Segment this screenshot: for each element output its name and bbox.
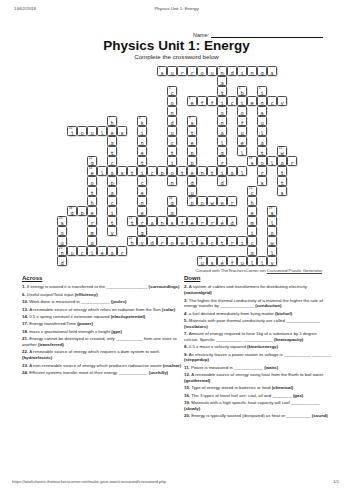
grid-letter: a [278,160,286,166]
grid-cell: l [237,146,247,156]
grid-cell: u [167,126,177,136]
grid-letter: s [258,110,266,116]
grid-cell: o [237,106,247,116]
grid-letter: n [258,100,266,106]
grid-cell: f [237,116,247,126]
grid-letter: p [78,210,86,216]
clue-item: 24. Efficient systems transfer most of t… [22,370,183,376]
grid-letter: o [198,70,206,76]
grid-cell: s [167,216,177,226]
grid-letter: i [108,210,116,216]
grid-letter: a [218,130,226,136]
grid-cell: d [227,66,237,76]
grid-letter: o [268,230,276,236]
grid-cell: 9s [187,116,197,126]
clue-item-text: 0.5 x mass x velocity squared [189,344,247,349]
grid-letter: l [188,240,196,246]
grid-letter: s [268,210,276,216]
grid-cell: e [247,96,257,106]
grid-cell: o [197,196,207,206]
clue-item: 23. A non-renewable source of energy whi… [22,363,183,369]
grid-letter: r [118,250,126,256]
grid-cell: p [77,206,87,216]
down-header: Down [184,275,332,283]
grid-letter: l [248,260,256,266]
grid-cell: u [167,66,177,76]
grid-cell: d [57,256,67,266]
grid-cell: e [197,236,207,246]
grid-letter: u [168,70,176,76]
grid-letter: s [258,180,266,186]
grid-letter: o [218,110,226,116]
grid-letter: u [258,120,266,126]
grid-letter: r [178,70,186,76]
grid-cell: 24u [197,256,207,266]
grid-letter: d [58,260,66,266]
grid-letter: i [218,170,226,176]
grid-letter: u [168,130,176,136]
grid-letter: a [88,240,96,246]
grid-cell: 18g [67,206,77,216]
grid-cell: e [87,206,97,216]
grid-letter: e [188,140,196,146]
grid-cell: p [187,146,197,156]
grid-cell: r [157,236,167,246]
clue-item-text: The 3 types of fossil fuel are: coal, oi… [191,393,293,398]
grid-cell: t [107,216,117,226]
grid-cell: l [97,166,107,176]
grid-cell: a [277,156,287,166]
clue-item: 2. A system of cables and transformers f… [184,284,332,295]
grid-letter: n [158,220,166,226]
grid-cell: e [107,126,117,136]
grid-cell: s [207,256,217,266]
grid-letter: g [88,160,96,166]
clue-item-answer: (conduction) [255,303,281,308]
grid-cell: 13s [247,156,257,166]
grid-cell: a [107,246,117,256]
grid-cell: a [87,236,97,246]
grid-cell: o [217,106,227,116]
grid-letter: g [68,210,76,216]
grid-cell: e [187,216,197,226]
grid-letter: i [138,130,146,136]
grid-letter: o [168,240,176,246]
grid-cell: e [187,166,197,176]
page-subtitle: Complete the crossword below [0,53,353,60]
grid-letter: b [238,90,246,96]
grid-letter: s [58,220,66,226]
grid-letter: t [218,240,226,246]
grid-cell: a [227,166,237,176]
grid-letter: r [138,220,146,226]
grid-letter: n [168,110,176,116]
grid-letter: o [78,130,86,136]
print-header-title: Physics Unit 1: Energy [0,6,353,11]
clue-item-text: Power is measured in ____________ [191,365,264,370]
across-clue-list: 1. If energy is wasted it is transferred… [22,284,183,375]
grid-cell: 2n [217,66,227,76]
grid-letter: f [238,120,246,126]
grid-letter: l [258,130,266,136]
grid-cell: 15c [247,186,257,196]
grid-cell: t [217,86,227,96]
grid-cell: f [177,216,187,226]
grid-letter: l [238,150,246,156]
grid-cell: e [237,136,247,146]
grid-cell: t [107,146,117,156]
grid-cell: r [187,66,197,76]
grid-cell: 22h [127,236,137,246]
grid-letter: a [218,80,226,86]
grid-cell: i [137,126,147,136]
grid-letter: f [178,220,186,226]
clue-item-answer: (gas) [293,393,303,398]
grid-cell: d [187,176,197,186]
grid-cell: o [57,226,67,236]
grid-cell: n [167,176,177,186]
grid-letter: f [208,100,216,106]
grid-letter: l [258,260,266,266]
grid-cell: n [217,116,227,126]
grid-letter: c [248,240,256,246]
grid-cell: o [87,176,97,186]
grid-cell: s [267,66,277,76]
grid-letter: y [138,240,146,246]
grid-cell: f [207,96,217,106]
grid-cell: e [137,186,147,196]
grid-letter: e [138,150,146,156]
grid-cell: l [267,246,277,256]
grid-letter: e [88,210,96,216]
grid-letter: d [188,180,196,186]
name-line: Name: [193,31,323,38]
clue-item: 17. Energy transferred/Time (power) [22,321,183,327]
grid-letter: e [238,140,246,146]
grid-letter: h [128,240,136,246]
clue-item-text: A renewable source of energy which requi… [29,349,159,354]
clue-item-text: Materials with poor thermal conductivity… [189,318,320,323]
grid-cell: 19s [267,206,277,216]
grid-cell: c [207,236,217,246]
grid-letter: r [228,200,236,206]
grid-letter: r [288,160,296,166]
grid-letter: n [248,70,256,76]
clue-item: 19. Materials with a high specific heat … [184,400,332,411]
grid-cell: l [87,246,97,256]
clue-item-answer: (joules) [111,299,126,304]
grid-cell: a [107,186,117,196]
clue-item-answer: (watts) [264,365,278,370]
grid-cell: o [77,126,87,136]
grid-letter: l [268,160,276,166]
clue-item-answer: (transferred) [38,342,64,347]
clue-item-text: A renewable source of energy which relie… [29,307,162,312]
clue-item-text: A system of cables and transformers for … [189,284,307,289]
grid-letter: u [198,260,206,266]
grid-letter: e [188,100,196,106]
grid-cell: r [217,156,227,166]
grid-cell: o [257,156,267,166]
down-section: Down 2. A system of cables and transform… [184,275,332,421]
footer-page-number: 1/1 [333,479,339,484]
grid-letter: i [218,100,226,106]
grid-letter: t [278,180,286,186]
clue-item-answer: (biofuel) [275,311,292,316]
grid-letter: h [88,200,96,206]
grid-letter: c [168,90,176,96]
grid-letter: i [238,100,246,106]
clue-item-text: A non-renewable source of energy which p… [29,363,163,368]
grid-cell: a [147,216,157,226]
grid-letter: l [88,250,96,256]
clue-item: 4. a fuel derived immediately from livin… [184,311,332,317]
clue-item: 5. Materials with poor thermal conductiv… [184,318,332,329]
credit-text: Created with TheTeachersCorner.net [195,268,266,273]
grid-letter: a [108,190,116,196]
clue-item-text: As electricity leaves a power station it… [189,352,331,357]
clue-item: 6. Useful output/Total input (efficiency… [22,292,183,298]
grid-letter: t [88,190,96,196]
grid-letter: g [258,70,266,76]
grid-cell: r [177,66,187,76]
grid-cell: r [207,216,217,226]
grid-cell: o [167,166,177,176]
grid-cell: l [237,166,247,176]
grid-letter: c [78,250,86,256]
grid-cell: s [277,186,287,196]
clue-item-answer: (kineticenergy) [247,344,278,349]
grid-letter: w [268,240,276,246]
grid-letter: e [218,220,226,226]
grid-cell: i [137,166,147,176]
grid-cell: e [177,236,187,246]
clue-item-text: Energy is typically wasted (dissipated) … [191,413,312,418]
grid-cell: u [57,236,67,246]
clue-item: 15. Type of energy stored in batteries o… [184,385,332,391]
grid-letter: p [108,180,116,186]
clue-item-answer: (chemical) [272,385,294,390]
clue-item: 18. mass x gravitational field strength … [22,329,183,335]
grid-cell: e [247,206,257,216]
grid-cell: f [197,96,207,106]
clue-item-answer: (slowly) [184,406,200,411]
grid-letter: n [138,140,146,146]
grid-letter: o [58,230,66,236]
grid-letter: o [238,110,246,116]
grid-letter: l [268,220,276,226]
grid-cell: e [97,246,107,256]
grid-cell: 16g [167,196,177,206]
grid-letter: e [218,200,226,206]
grid-cell: r [117,246,127,256]
grid-letter: l [98,170,106,176]
grid-letter: t [178,170,186,176]
clue-item-answer: (hydroelectric) [22,355,52,360]
clue-item-text: Efficient systems transfer most of their… [29,370,148,375]
grid-letter: j [68,130,76,136]
grid-letter: n [58,250,66,256]
grid-cell: a [107,166,117,176]
grid-cell: n [247,66,257,76]
grid-cell: 8k [137,116,147,126]
grid-letter: o [168,100,176,106]
grid-letter: a [148,220,156,226]
grid-letter: l [238,170,246,176]
grid-cell: y [137,236,147,246]
grid-letter: i [238,70,246,76]
grid-letter: t [108,220,116,226]
grid-letter: s [188,120,196,126]
grid-cell: e [217,196,227,206]
grid-letter: i [258,90,266,96]
grid-cell: i [237,236,247,246]
clue-item: 20. Energy is typically wasted (dissipat… [184,413,332,419]
grid-letter: s [118,130,126,136]
grid-letter: s [278,190,286,196]
grid-cell: 1s [157,66,167,76]
grid-letter: e [198,240,206,246]
grid-letter: r [198,220,206,226]
grid-letter: p [158,170,166,176]
grid-cell: s [257,106,267,116]
clue-item: 16. The 3 types of fossil fuel are: coal… [184,393,332,399]
clue-item-text: If energy is wasted it is transferred to… [27,284,149,289]
grid-cell: n [137,136,147,146]
grid-letter: c [108,200,116,206]
grid-cell: l [247,256,257,266]
grid-letter: n [218,70,226,76]
clue-item-text: Useful output/Total input [27,292,75,297]
grid-cell: g [217,146,227,156]
grid-letter: o [198,200,206,206]
clue-item-text: Work done is measured in ____________ [29,299,111,304]
grid-letter: y [268,260,276,266]
grid-cell: d [167,116,177,126]
clue-item-text: Energy transferred/Time [29,321,77,326]
grid-cell: u [257,116,267,126]
grid-cell: c [107,156,117,166]
grid-cell: 5i [257,86,267,96]
grid-cell: a [257,136,267,146]
clue-item-answer: (elasticpotential) [111,314,146,319]
name-blank-line [211,31,323,38]
grid-cell: p [157,166,167,176]
grid-cell: n [137,196,147,206]
grid-cell: y [267,256,277,266]
grid-letter: a [108,250,116,256]
grid-letter: w [278,150,286,156]
grid-cell: 11w [277,146,287,156]
grid-letter: s [168,220,176,226]
clue-item: 12. A renewable source of energy using h… [184,372,332,383]
grid-cell: 4b [237,86,247,96]
grid-letter: p [188,160,196,166]
grid-letter: s [248,160,256,166]
grid-cell: l [217,136,227,146]
grid-letter: o [168,170,176,176]
grid-cell: n [257,96,267,106]
grid-letter: d [218,180,226,186]
grid-letter: c [208,240,216,246]
grid-cell: s [117,166,127,176]
credit-link[interactable]: Crossword Puzzle Generator [267,268,322,273]
grid-cell: 12g [87,156,97,166]
grid-letter: t [208,170,216,176]
grid-cell: a [247,246,257,256]
grid-cell: l [97,126,107,136]
grid-cell: 23n [57,246,67,256]
grid-letter: s [208,260,216,266]
grid-letter: t [278,170,286,176]
grid-cell: r [227,236,237,246]
grid-cell: u [187,186,197,196]
grid-letter: e [108,130,116,136]
grid-letter: u [208,70,216,76]
clue-item-answer: (heatcapacity) [274,337,303,342]
grid-cell: c [107,196,117,206]
grid-letter: e [218,260,226,266]
grid-cell: p [187,156,197,166]
grid-letter: e [188,220,196,226]
grid-letter: g [218,150,226,156]
grid-letter: k [138,120,146,126]
grid-letter: a [108,140,116,146]
grid-cell: e [187,136,197,146]
grid-cell: i [217,166,227,176]
grid-letter: e [98,250,106,256]
grid-letter: r [88,220,96,226]
grid-letter: d [228,70,236,76]
grid-cell: t [187,126,197,136]
grid-cell: n [167,106,177,116]
grid-cell: u [237,256,247,266]
grid-cell: h [87,196,97,206]
clue-item-answer: (power) [77,321,93,326]
grid-letter: e [248,100,256,106]
clue-item-text: A renewable source of energy using heat … [191,372,323,377]
grid-cell: e [217,256,227,266]
crossword-grid: 1surrou2ndingsa3ct4b5io6efficiencynoos7h… [57,66,297,266]
clue-item-answer: (sound) [312,413,328,418]
grid-cell: a [217,76,227,86]
grid-letter: t [258,150,266,156]
clue-item-answer: (efficiency) [75,292,98,297]
grid-cell: o [267,226,277,236]
grid-letter: g [138,230,146,236]
grid-cell: t [137,156,147,166]
grid-letter: u [238,130,246,136]
grid-cell: t [177,166,187,176]
grid-cell: 10j [67,126,77,136]
grid-cell: t [217,236,227,246]
clue-item-text: a fuel derived immediately from living m… [189,311,275,316]
grid-letter: t [128,220,136,226]
grid-letter: c [228,100,236,106]
grid-letter: t [128,170,136,176]
grid-letter: r [228,240,236,246]
grid-letter: d [168,120,176,126]
grid-cell: l [257,256,267,266]
grid-letter: c [108,160,116,166]
grid-letter: m [248,220,256,226]
grid-cell: r [87,216,97,226]
grid-letter: n [168,180,176,186]
grid-letter: l [98,130,106,136]
grid-cell: 7h [107,116,117,126]
grid-cell: 20s [57,216,67,226]
down-clue-list: 2. A system of cables and transformers f… [184,284,332,419]
